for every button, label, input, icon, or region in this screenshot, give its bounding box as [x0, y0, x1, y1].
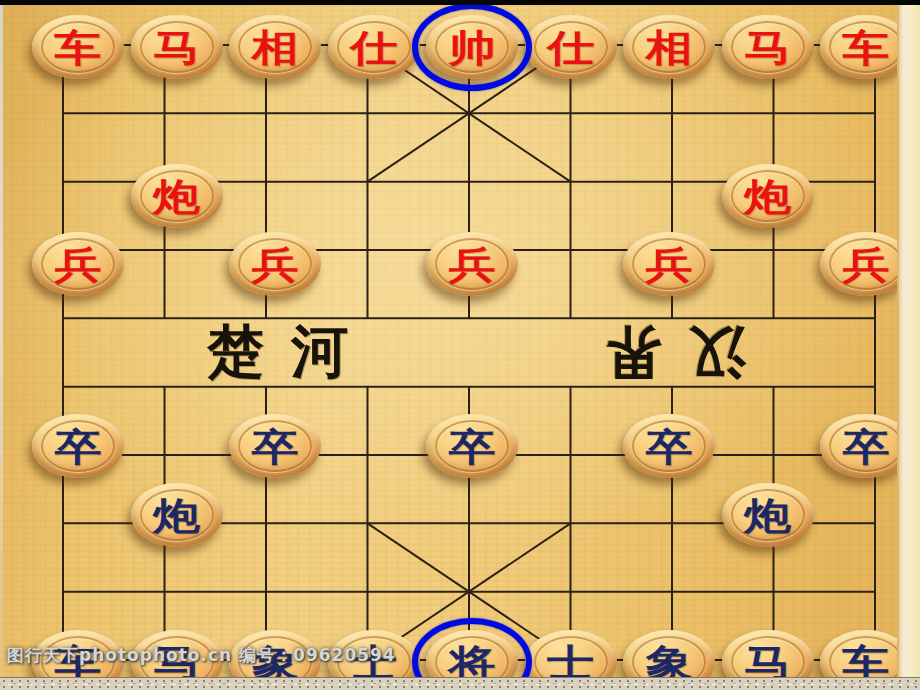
piece-red-horse[interactable]: 马 — [131, 15, 223, 79]
piece-red-soldier[interactable]: 兵 — [623, 232, 715, 296]
stock-photo-watermark: 图行天下photophoto.cn 编号：09620594 — [7, 644, 396, 667]
red-piece-glyph: 马 — [744, 28, 791, 66]
black-piece-glyph: 象 — [646, 643, 693, 681]
red-piece-glyph: 炮 — [153, 177, 200, 215]
black-piece-glyph: 士 — [547, 643, 594, 681]
piece-red-advisor[interactable]: 仕 — [328, 15, 420, 79]
red-piece-glyph: 兵 — [646, 245, 693, 283]
black-piece-glyph: 卒 — [843, 427, 890, 465]
red-piece-glyph: 相 — [252, 28, 299, 66]
river-label-left: 楚河 — [160, 320, 395, 384]
black-piece-glyph: 炮 — [744, 496, 791, 534]
piece-black-soldier[interactable]: 卒 — [426, 414, 518, 478]
red-piece-glyph: 兵 — [843, 245, 890, 283]
black-piece-glyph: 卒 — [646, 427, 693, 465]
piece-red-soldier[interactable]: 兵 — [229, 232, 321, 296]
bottom-speckled-strip — [0, 677, 920, 690]
piece-black-soldier[interactable]: 卒 — [623, 414, 715, 478]
black-piece-glyph: 炮 — [153, 496, 200, 534]
piece-black-soldier[interactable]: 卒 — [32, 414, 124, 478]
piece-red-horse[interactable]: 马 — [722, 15, 814, 79]
red-piece-glyph: 车 — [843, 28, 890, 66]
piece-red-soldier[interactable]: 兵 — [426, 232, 518, 296]
highlight-ring-red-general — [412, 3, 532, 91]
piece-black-cannon[interactable]: 炮 — [131, 483, 223, 547]
piece-red-soldier[interactable]: 兵 — [32, 232, 124, 296]
black-piece-glyph: 车 — [843, 643, 890, 681]
red-piece-glyph: 兵 — [55, 245, 102, 283]
top-black-bar — [0, 0, 920, 5]
photo-left-edge — [0, 5, 3, 677]
red-piece-glyph: 相 — [646, 28, 693, 66]
red-piece-glyph: 兵 — [449, 245, 496, 283]
piece-black-cannon[interactable]: 炮 — [722, 483, 814, 547]
xiangqi-board: 楚河 汉界 车马相仕帅仕相马车炮炮兵兵兵兵兵卒卒卒卒卒炮炮车马象士将士象马车 图… — [0, 0, 920, 690]
red-piece-glyph: 兵 — [252, 245, 299, 283]
photo-right-margin — [897, 5, 920, 677]
piece-red-advisor[interactable]: 仕 — [525, 15, 617, 79]
black-piece-glyph: 马 — [744, 643, 791, 681]
piece-red-chariot[interactable]: 车 — [32, 15, 124, 79]
piece-red-elephant[interactable]: 相 — [229, 15, 321, 79]
red-piece-glyph: 仕 — [547, 28, 594, 66]
piece-red-cannon[interactable]: 炮 — [131, 164, 223, 228]
black-piece-glyph: 卒 — [252, 427, 299, 465]
river-label-right: 汉界 — [558, 320, 793, 384]
red-piece-glyph: 仕 — [350, 28, 397, 66]
black-piece-glyph: 卒 — [449, 427, 496, 465]
piece-black-soldier[interactable]: 卒 — [229, 414, 321, 478]
black-piece-glyph: 卒 — [55, 427, 102, 465]
piece-red-cannon[interactable]: 炮 — [722, 164, 814, 228]
red-piece-glyph: 车 — [55, 28, 102, 66]
piece-red-elephant[interactable]: 相 — [623, 15, 715, 79]
red-piece-glyph: 炮 — [744, 177, 791, 215]
red-piece-glyph: 马 — [153, 28, 200, 66]
